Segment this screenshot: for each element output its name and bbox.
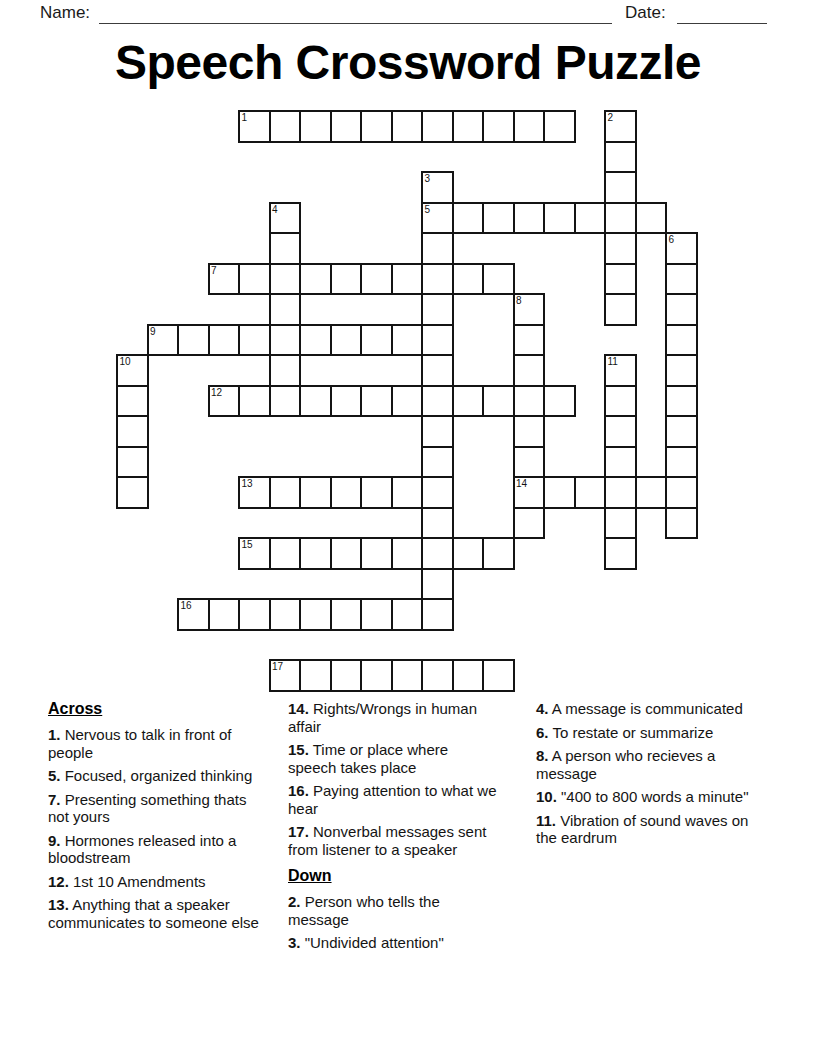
- grid-cell-r18c7[interactable]: [331, 660, 362, 691]
- grid-cell-r5c12[interactable]: [483, 264, 514, 295]
- grid-cell-r16c7[interactable]: [331, 599, 362, 630]
- cell-number-13: 13: [242, 478, 253, 489]
- grid-cell-r12c0[interactable]: [117, 477, 148, 508]
- grid-cell-r9c14[interactable]: [544, 386, 575, 417]
- grid-cell-r14c5[interactable]: [270, 538, 301, 569]
- grid-cell-r8c0[interactable]: 10: [117, 355, 148, 386]
- grid-cell-r7c5[interactable]: [270, 325, 301, 356]
- date-blank-line: [677, 2, 767, 24]
- grid-cell-r14c4[interactable]: 15: [239, 538, 270, 569]
- clue-15-across: 15. Time or place where speech takes pla…: [288, 741, 498, 776]
- clue-5-across: 5. Focused, organized thinking: [48, 767, 262, 785]
- grid-cell-r4c5[interactable]: [270, 233, 301, 264]
- clue-13-across: 13. Anything that a speaker communicates…: [48, 896, 262, 931]
- clue-number: 1.: [48, 726, 61, 743]
- grid-cell-r9c4[interactable]: [239, 386, 270, 417]
- clue-text: Person who tells the message: [288, 893, 440, 928]
- grid-cell-r9c8[interactable]: [361, 386, 392, 417]
- grid-cell-r10c0[interactable]: [117, 416, 148, 447]
- clue-7-across: 7. Presenting something thats not yours: [48, 791, 262, 826]
- grid-cell-r3c12[interactable]: [483, 203, 514, 234]
- grid-cell-r3c5[interactable]: 4: [270, 203, 301, 234]
- grid-cell-r9c13[interactable]: [514, 386, 545, 417]
- clue-number: 12.: [48, 873, 69, 890]
- grid-cell-r2c10[interactable]: 3: [422, 172, 453, 203]
- grid-cell-r18c9[interactable]: [392, 660, 423, 691]
- grid-cell-r16c2[interactable]: 16: [178, 599, 209, 630]
- grid-cell-r3c16[interactable]: [605, 203, 636, 234]
- grid-cell-r12c4[interactable]: 13: [239, 477, 270, 508]
- grid-cell-r13c13[interactable]: [514, 508, 545, 539]
- grid-cell-r4c18[interactable]: 6: [666, 233, 697, 264]
- clue-11-down: 11. Vibration of sound waves on the eard…: [536, 812, 758, 847]
- name-label: Name:: [40, 3, 90, 23]
- grid-cell-r8c13[interactable]: [514, 355, 545, 386]
- grid-cell-r12c15[interactable]: [575, 477, 606, 508]
- clue-text: Time or place where speech takes place: [288, 741, 448, 776]
- date-label: Date:: [625, 3, 666, 23]
- grid-cell-r9c12[interactable]: [483, 386, 514, 417]
- grid-cell-r18c10[interactable]: [422, 660, 453, 691]
- grid-cell-r9c3[interactable]: 12: [209, 386, 240, 417]
- grid-cell-r6c18[interactable]: [666, 294, 697, 325]
- grid-cell-r12c8[interactable]: [361, 477, 392, 508]
- clue-text: "400 to 800 words a minute": [557, 788, 749, 805]
- grid-cell-r12c10[interactable]: [422, 477, 453, 508]
- clue-text: Hormones released into a bloodstream: [48, 832, 236, 867]
- cell-number-14: 14: [516, 478, 527, 489]
- grid-cell-r12c14[interactable]: [544, 477, 575, 508]
- clue-text: Anything that a speaker communicates to …: [48, 896, 259, 931]
- grid-cell-r10c18[interactable]: [666, 416, 697, 447]
- grid-cell-r5c18[interactable]: [666, 264, 697, 295]
- grid-cell-r5c8[interactable]: [361, 264, 392, 295]
- clue-text: To restate or summarize: [549, 724, 714, 741]
- down-header: Down: [288, 867, 498, 885]
- clue-9-across: 9. Hormones released into a bloodstream: [48, 832, 262, 867]
- grid-cell-r5c5[interactable]: [270, 264, 301, 295]
- clue-text: Paying attention to what we hear: [288, 782, 496, 817]
- grid-cell-r14c12[interactable]: [483, 538, 514, 569]
- grid-cell-r13c16[interactable]: [605, 508, 636, 539]
- clue-column-1: Across1. Nervous to talk in front of peo…: [48, 700, 262, 937]
- grid-cell-r3c11[interactable]: [453, 203, 484, 234]
- grid-cell-r1c16[interactable]: [605, 142, 636, 173]
- grid-cell-r9c9[interactable]: [392, 386, 423, 417]
- clue-text: Focused, organized thinking: [61, 767, 253, 784]
- grid-cell-r12c6[interactable]: [300, 477, 331, 508]
- grid-cell-r14c8[interactable]: [361, 538, 392, 569]
- grid-cell-r14c6[interactable]: [300, 538, 331, 569]
- grid-cell-r3c13[interactable]: [514, 203, 545, 234]
- grid-cell-r7c3[interactable]: [209, 325, 240, 356]
- grid-cell-r4c16[interactable]: [605, 233, 636, 264]
- grid-cell-r7c13[interactable]: [514, 325, 545, 356]
- grid-cell-r11c16[interactable]: [605, 447, 636, 478]
- grid-cell-r14c16[interactable]: [605, 538, 636, 569]
- clue-number: 17.: [288, 823, 309, 840]
- clue-4-down: 4. A message is communicated: [536, 700, 758, 718]
- cell-number-17: 17: [272, 661, 283, 672]
- clue-number: 14.: [288, 700, 309, 717]
- grid-cell-r12c16[interactable]: [605, 477, 636, 508]
- grid-cell-r7c2[interactable]: [178, 325, 209, 356]
- clue-text: 1st 10 Amendments: [69, 873, 206, 890]
- grid-cell-r18c8[interactable]: [361, 660, 392, 691]
- clue-16-across: 16. Paying attention to what we hear: [288, 782, 498, 817]
- clue-column-2: 14. Rights/Wrongs in human affair15. Tim…: [288, 700, 498, 958]
- grid-cell-r6c5[interactable]: [270, 294, 301, 325]
- grid-cell-r0c4[interactable]: 1: [239, 111, 270, 142]
- grid-cell-r5c9[interactable]: [392, 264, 423, 295]
- grid-cell-r11c0[interactable]: [117, 447, 148, 478]
- clue-number: 3.: [288, 934, 301, 951]
- clue-number: 4.: [536, 700, 549, 717]
- grid-cell-r8c5[interactable]: [270, 355, 301, 386]
- grid-cell-r5c4[interactable]: [239, 264, 270, 295]
- grid-cell-r10c10[interactable]: [422, 416, 453, 447]
- clue-column-3: 4. A message is communicated6. To restat…: [536, 700, 758, 853]
- grid-cell-r0c6[interactable]: [300, 111, 331, 142]
- cell-number-11: 11: [608, 356, 618, 367]
- grid-cell-r0c14[interactable]: [544, 111, 575, 142]
- grid-cell-r0c10[interactable]: [422, 111, 453, 142]
- clue-12-across: 12. 1st 10 Amendments: [48, 873, 262, 891]
- grid-cell-r5c3[interactable]: 7: [209, 264, 240, 295]
- grid-cell-r13c18[interactable]: [666, 508, 697, 539]
- cell-number-10: 10: [120, 356, 131, 367]
- clue-number: 10.: [536, 788, 557, 805]
- clue-17-across: 17. Nonverbal messages sent from listene…: [288, 823, 498, 858]
- grid-cell-r0c9[interactable]: [392, 111, 423, 142]
- grid-cell-r14c11[interactable]: [453, 538, 484, 569]
- clue-number: 8.: [536, 747, 549, 764]
- grid-cell-r10c16[interactable]: [605, 416, 636, 447]
- grid-cell-r11c13[interactable]: [514, 447, 545, 478]
- clue-number: 15.: [288, 741, 309, 758]
- grid-cell-r0c8[interactable]: [361, 111, 392, 142]
- grid-cell-r18c6[interactable]: [300, 660, 331, 691]
- grid-cell-r12c7[interactable]: [331, 477, 362, 508]
- clue-text: Nonverbal messages sent from listener to…: [288, 823, 486, 858]
- grid-cell-r7c9[interactable]: [392, 325, 423, 356]
- grid-cell-r9c7[interactable]: [331, 386, 362, 417]
- grid-cell-r14c10[interactable]: [422, 538, 453, 569]
- cell-number-6: 6: [669, 234, 675, 245]
- grid-cell-r5c6[interactable]: [300, 264, 331, 295]
- cell-number-1: 1: [242, 112, 248, 123]
- grid-cell-r5c10[interactable]: [422, 264, 453, 295]
- grid-cell-r16c3[interactable]: [209, 599, 240, 630]
- grid-cell-r0c16[interactable]: 2: [605, 111, 636, 142]
- grid-cell-r16c9[interactable]: [392, 599, 423, 630]
- grid-cell-r8c18[interactable]: [666, 355, 697, 386]
- grid-cell-r9c18[interactable]: [666, 386, 697, 417]
- grid-cell-r0c11[interactable]: [453, 111, 484, 142]
- clue-number: 11.: [536, 812, 556, 829]
- cell-number-5: 5: [425, 204, 431, 215]
- grid-cell-r11c18[interactable]: [666, 447, 697, 478]
- grid-cell-r18c12[interactable]: [483, 660, 514, 691]
- name-blank-line: [99, 2, 612, 24]
- grid-cell-r16c5[interactable]: [270, 599, 301, 630]
- cell-number-16: 16: [181, 600, 192, 611]
- crossword-grid: 1234567891011121314151617: [117, 111, 697, 691]
- clue-8-down: 8. A person who recieves a message: [536, 747, 758, 782]
- grid-cell-r8c16[interactable]: 11: [605, 355, 636, 386]
- cell-number-12: 12: [211, 387, 222, 398]
- clue-2-down: 2. Person who tells the message: [288, 893, 498, 928]
- grid-cell-r16c4[interactable]: [239, 599, 270, 630]
- grid-cell-r0c13[interactable]: [514, 111, 545, 142]
- grid-cell-r6c16[interactable]: [605, 294, 636, 325]
- grid-cell-r4c10[interactable]: [422, 233, 453, 264]
- clue-number: 9.: [48, 832, 61, 849]
- clue-text: Presenting something thats not yours: [48, 791, 246, 826]
- clue-number: 7.: [48, 791, 61, 808]
- grid-cell-r13c10[interactable]: [422, 508, 453, 539]
- clue-text: A person who recieves a message: [536, 747, 715, 782]
- grid-cell-r7c10[interactable]: [422, 325, 453, 356]
- grid-cell-r7c4[interactable]: [239, 325, 270, 356]
- grid-cell-r9c6[interactable]: [300, 386, 331, 417]
- grid-cell-r7c1[interactable]: 9: [148, 325, 179, 356]
- grid-cell-r5c11[interactable]: [453, 264, 484, 295]
- clue-text: Nervous to talk in front of people: [48, 726, 231, 761]
- grid-cell-r5c7[interactable]: [331, 264, 362, 295]
- clue-number: 16.: [288, 782, 309, 799]
- clue-14-across: 14. Rights/Wrongs in human affair: [288, 700, 498, 735]
- grid-cell-r0c7[interactable]: [331, 111, 362, 142]
- grid-cell-r6c10[interactable]: [422, 294, 453, 325]
- grid-cell-r7c18[interactable]: [666, 325, 697, 356]
- grid-cell-r0c12[interactable]: [483, 111, 514, 142]
- grid-cell-r12c18[interactable]: [666, 477, 697, 508]
- grid-cell-r7c7[interactable]: [331, 325, 362, 356]
- cell-number-2: 2: [608, 112, 614, 123]
- cell-number-7: 7: [211, 265, 217, 276]
- grid-cell-r9c11[interactable]: [453, 386, 484, 417]
- grid-cell-r12c5[interactable]: [270, 477, 301, 508]
- grid-cell-r3c14[interactable]: [544, 203, 575, 234]
- grid-cell-r9c16[interactable]: [605, 386, 636, 417]
- grid-cell-r12c9[interactable]: [392, 477, 423, 508]
- worksheet-page: Name: Date: Speech Crossword Puzzle 1234…: [0, 0, 816, 1056]
- cell-number-4: 4: [272, 204, 278, 215]
- grid-cell-r9c10[interactable]: [422, 386, 453, 417]
- clue-text: Vibration of sound waves on the eardrum: [536, 812, 748, 847]
- grid-cell-r12c17[interactable]: [636, 477, 667, 508]
- grid-cell-r10c13[interactable]: [514, 416, 545, 447]
- clue-1-across: 1. Nervous to talk in front of people: [48, 726, 262, 761]
- clue-number: 2.: [288, 893, 301, 910]
- grid-cell-r11c10[interactable]: [422, 447, 453, 478]
- clue-text: Rights/Wrongs in human affair: [288, 700, 477, 735]
- grid-cell-r8c10[interactable]: [422, 355, 453, 386]
- grid-cell-r16c6[interactable]: [300, 599, 331, 630]
- clue-number: 5.: [48, 767, 61, 784]
- clue-number: 6.: [536, 724, 549, 741]
- page-title: Speech Crossword Puzzle: [0, 32, 816, 94]
- grid-cell-r9c0[interactable]: [117, 386, 148, 417]
- clue-number: 13.: [48, 896, 69, 913]
- grid-cell-r15c10[interactable]: [422, 569, 453, 600]
- cell-number-8: 8: [516, 295, 522, 306]
- grid-cell-r3c10[interactable]: 5: [422, 203, 453, 234]
- grid-cell-r9c5[interactable]: [270, 386, 301, 417]
- cell-number-3: 3: [425, 173, 431, 184]
- clue-text: "Undivided attention": [301, 934, 444, 951]
- grid-cell-r0c5[interactable]: [270, 111, 301, 142]
- grid-cell-r7c8[interactable]: [361, 325, 392, 356]
- grid-cell-r3c17[interactable]: [636, 203, 667, 234]
- clue-10-down: 10. "400 to 800 words a minute": [536, 788, 758, 806]
- across-header: Across: [48, 700, 262, 718]
- grid-cell-r18c5[interactable]: 17: [270, 660, 301, 691]
- grid-cell-r14c9[interactable]: [392, 538, 423, 569]
- grid-cell-r12c13[interactable]: 14: [514, 477, 545, 508]
- grid-cell-r2c16[interactable]: [605, 172, 636, 203]
- clue-6-down: 6. To restate or summarize: [536, 724, 758, 742]
- cell-number-15: 15: [242, 539, 253, 550]
- grid-cell-r7c6[interactable]: [300, 325, 331, 356]
- grid-cell-r16c10[interactable]: [422, 599, 453, 630]
- cell-number-9: 9: [150, 326, 156, 337]
- grid-cell-r6c13[interactable]: 8: [514, 294, 545, 325]
- grid-cell-r18c11[interactable]: [453, 660, 484, 691]
- grid-cell-r3c15[interactable]: [575, 203, 606, 234]
- clue-text: A message is communicated: [549, 700, 743, 717]
- grid-cell-r16c8[interactable]: [361, 599, 392, 630]
- clue-3-down: 3. "Undivided attention": [288, 934, 498, 952]
- grid-cell-r5c16[interactable]: [605, 264, 636, 295]
- grid-cell-r14c7[interactable]: [331, 538, 362, 569]
